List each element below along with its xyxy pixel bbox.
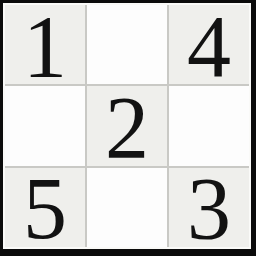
cell-r1c1[interactable]: 1 (5, 5, 85, 84)
cell-r3c1[interactable]: 5 (5, 168, 85, 247)
cell-r2c1[interactable] (5, 86, 85, 165)
cell-r2c2[interactable]: 2 (87, 86, 167, 165)
digit-3: 3 (187, 169, 231, 247)
digit-5: 5 (23, 169, 67, 247)
cell-r3c2[interactable] (87, 168, 167, 247)
board-inner-rim: 14253 (3, 3, 251, 249)
digit-2: 2 (105, 88, 149, 166)
cell-r1c2[interactable] (87, 5, 167, 84)
cell-r1c3[interactable]: 4 (169, 5, 249, 84)
cell-r2c3[interactable] (169, 86, 249, 165)
digit-1: 1 (23, 7, 67, 85)
sudoku-board: 14253 (0, 0, 256, 256)
cell-r3c3[interactable]: 3 (169, 168, 249, 247)
digit-4: 4 (187, 7, 231, 85)
sudoku-grid: 14253 (5, 5, 249, 247)
